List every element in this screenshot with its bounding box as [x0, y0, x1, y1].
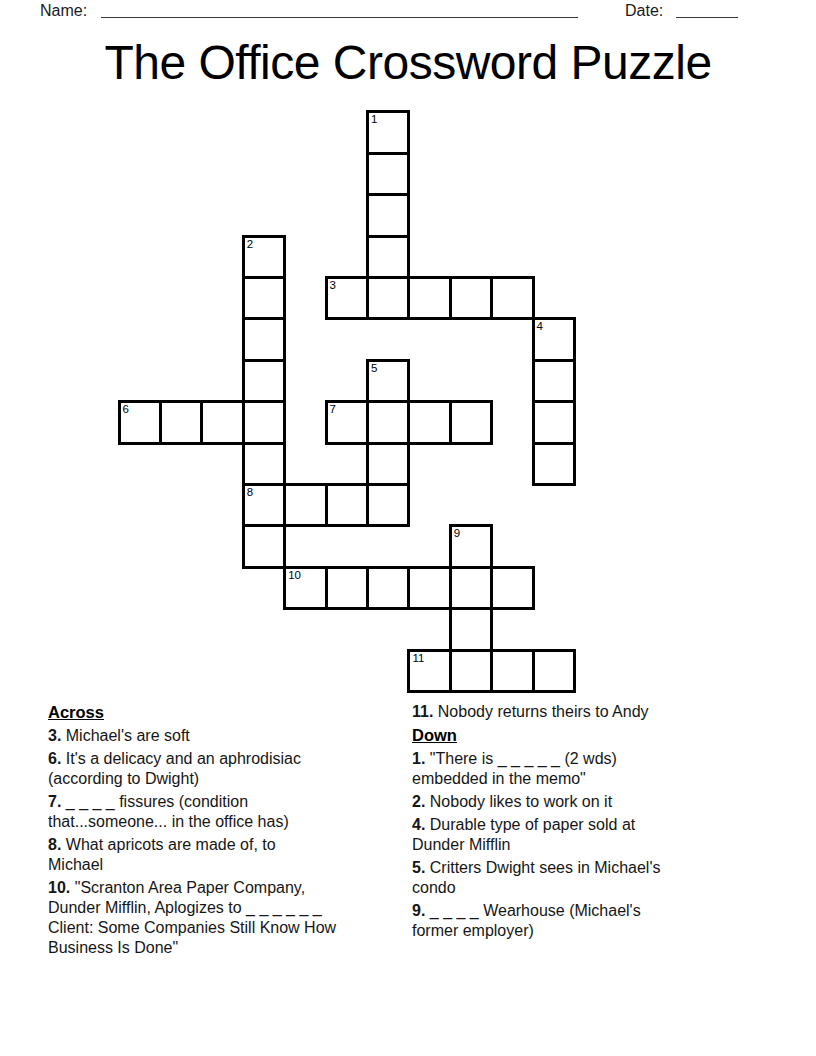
- grid-cell[interactable]: [366, 276, 410, 320]
- crossword-grid: 1234567891011: [118, 110, 576, 693]
- grid-cell[interactable]: 11: [407, 649, 451, 693]
- clue-number: 10.: [48, 879, 70, 896]
- grid-cell[interactable]: [532, 359, 576, 403]
- grid-cell[interactable]: [532, 400, 576, 444]
- grid-cell[interactable]: [407, 566, 451, 610]
- cell-number: 3: [330, 279, 336, 292]
- clue: 11. Nobody returns theirs to Andy: [412, 702, 782, 722]
- grid-cell[interactable]: [532, 442, 576, 486]
- clue: 3. Michael's are soft: [48, 726, 418, 746]
- cell-number: 10: [288, 569, 301, 582]
- grid-cell[interactable]: [366, 566, 410, 610]
- grid-cell[interactable]: [242, 400, 286, 444]
- down-clues-list: 1. "There is _ _ _ _ _ (2 wds)embedded i…: [412, 749, 782, 941]
- cell-number: 1: [371, 113, 377, 126]
- cell-number: 6: [123, 403, 129, 416]
- date-line[interactable]: [676, 3, 738, 18]
- clue-number: 11.: [412, 703, 433, 720]
- clue-number: 7.: [48, 793, 61, 810]
- down-heading: Down: [412, 725, 782, 745]
- grid-cell[interactable]: [366, 235, 410, 279]
- cell-number: 4: [537, 320, 543, 333]
- grid-cell[interactable]: 6: [118, 400, 162, 444]
- grid-cell[interactable]: 1: [366, 110, 410, 154]
- date-label: Date:: [625, 2, 663, 20]
- clue-number: 1.: [412, 750, 425, 767]
- grid-cell[interactable]: [366, 400, 410, 444]
- cell-number: 11: [412, 652, 424, 665]
- grid-cell[interactable]: [490, 566, 534, 610]
- name-label: Name:: [40, 2, 87, 20]
- clue: 7. _ _ _ _ fissures (conditionthat...som…: [48, 792, 418, 832]
- grid-cell[interactable]: 7: [325, 400, 369, 444]
- grid-cell[interactable]: 9: [449, 524, 493, 568]
- grid-cell[interactable]: [407, 276, 451, 320]
- clue: 1. "There is _ _ _ _ _ (2 wds)embedded i…: [412, 749, 782, 789]
- grid-cell[interactable]: [449, 400, 493, 444]
- clue-number: 5.: [412, 859, 425, 876]
- worksheet-page: Name: Date: The Office Crossword Puzzle …: [0, 0, 816, 1056]
- clue: 10. "Scranton Area Paper Company,Dunder …: [48, 878, 418, 958]
- grid-cell[interactable]: [407, 400, 451, 444]
- clue-number: 9.: [412, 902, 425, 919]
- clue-number: 8.: [48, 836, 61, 853]
- grid-cell[interactable]: [242, 317, 286, 361]
- grid-cell[interactable]: [449, 649, 493, 693]
- grid-cell[interactable]: 10: [283, 566, 327, 610]
- grid-cell[interactable]: [449, 276, 493, 320]
- grid-cell[interactable]: 4: [532, 317, 576, 361]
- grid-cell[interactable]: [325, 566, 369, 610]
- grid-cell[interactable]: 3: [325, 276, 369, 320]
- clue-number: 6.: [48, 750, 61, 767]
- across-clues-overflow: 11. Nobody returns theirs to Andy: [412, 702, 782, 722]
- clue-number: 4.: [412, 816, 425, 833]
- grid-cell[interactable]: 2: [242, 235, 286, 279]
- across-clues-list: 3. Michael's are soft6. It's a delicacy …: [48, 726, 418, 958]
- grid-cell[interactable]: [490, 276, 534, 320]
- grid-cell[interactable]: [366, 152, 410, 196]
- grid-cell[interactable]: 5: [366, 359, 410, 403]
- cell-number: 9: [454, 527, 460, 540]
- grid-cell[interactable]: [283, 483, 327, 527]
- grid-cell[interactable]: [532, 649, 576, 693]
- clue: 9. _ _ _ _ Wearhouse (Michael'sformer em…: [412, 901, 782, 941]
- grid-cell[interactable]: [490, 649, 534, 693]
- clue: 6. It's a delicacy and an aphrodisiac(ac…: [48, 749, 418, 789]
- cell-number: 2: [247, 238, 253, 251]
- grid-cell[interactable]: [366, 442, 410, 486]
- grid-cell[interactable]: 8: [242, 483, 286, 527]
- clue-number: 2.: [412, 793, 425, 810]
- clues-right-column: 11. Nobody returns theirs to Andy Down 1…: [412, 702, 782, 944]
- grid-cell[interactable]: [242, 442, 286, 486]
- grid-cell[interactable]: [242, 276, 286, 320]
- clue: 5. Critters Dwight sees in Michael'scond…: [412, 858, 782, 898]
- grid-cell[interactable]: [159, 400, 203, 444]
- cell-number: 7: [330, 403, 336, 416]
- grid-cell[interactable]: [242, 359, 286, 403]
- grid-cell[interactable]: [449, 566, 493, 610]
- grid-cell[interactable]: [242, 524, 286, 568]
- cell-number: 8: [247, 486, 253, 499]
- grid-cell[interactable]: [325, 483, 369, 527]
- grid-cell[interactable]: [366, 193, 410, 237]
- clue: 4. Durable type of paper sold atDunder M…: [412, 815, 782, 855]
- grid-cell[interactable]: [449, 607, 493, 651]
- grid-cell[interactable]: [200, 400, 244, 444]
- clue: 2. Nobody likes to work on it: [412, 792, 782, 812]
- clue-number: 3.: [48, 727, 61, 744]
- cell-number: 5: [371, 362, 377, 375]
- name-line[interactable]: [101, 3, 578, 18]
- clues-left-column: Across 3. Michael's are soft6. It's a de…: [48, 702, 418, 961]
- grid-cell[interactable]: [366, 483, 410, 527]
- page-title: The Office Crossword Puzzle: [0, 33, 816, 93]
- across-heading: Across: [48, 702, 418, 722]
- clue: 8. What apricots are made of, toMichael: [48, 835, 418, 875]
